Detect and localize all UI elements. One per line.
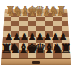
piece-white-pawn[interactable]: ♟: [36, 11, 42, 18]
piece-black-rook[interactable]: ♜: [60, 42, 72, 55]
piece-white-pawn[interactable]: ♟: [50, 11, 56, 18]
piece-white-pawn[interactable]: ♟: [57, 11, 63, 18]
piece-white-pawn[interactable]: ♟: [22, 11, 28, 18]
piece-white-pawn[interactable]: ♟: [15, 11, 21, 18]
board-front-edge: [1, 58, 71, 66]
white-pawn-row: ♟♟♟♟♟♟♟♟: [8, 11, 64, 18]
board-clasp-icon: [32, 61, 40, 64]
piece-white-pawn[interactable]: ♟: [29, 11, 35, 18]
piece-white-pawn[interactable]: ♟: [8, 11, 14, 18]
chess-set-photo: ♜♞♝♚♛♝♞♜ ♟♟♟♟♟♟♟♟ ♟♟♟♟♟♟♟♟ ♜♞♝♚♛♝♞♜: [0, 0, 72, 72]
black-back-rank-row: ♜♞♝♚♛♝♞♜: [2, 42, 70, 55]
piece-white-pawn[interactable]: ♟: [43, 11, 49, 18]
